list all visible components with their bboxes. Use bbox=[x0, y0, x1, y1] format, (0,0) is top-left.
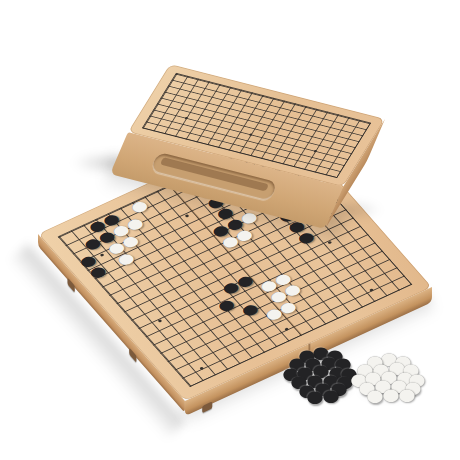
hinge-clasp bbox=[67, 278, 74, 293]
stone-white[interactable]: ● bbox=[114, 250, 138, 267]
white-stones-pile[interactable]: ●●●●●●●●●●●●●●●●●●● bbox=[356, 351, 418, 399]
stone-white[interactable]: ● bbox=[128, 198, 152, 215]
hoshi-point bbox=[314, 150, 318, 153]
stone-white[interactable]: ● bbox=[366, 387, 383, 403]
hoshi-point bbox=[249, 133, 253, 136]
black-stones-pile[interactable]: ●●●●●●●●●●●●●●●●●●●●● bbox=[288, 346, 354, 397]
stone-black[interactable]: ● bbox=[238, 301, 262, 318]
stone-black[interactable]: ● bbox=[322, 387, 339, 403]
hoshi-point bbox=[193, 363, 210, 373]
hinge-clasp bbox=[129, 348, 136, 363]
stone-black[interactable]: ● bbox=[214, 297, 238, 314]
stone-black[interactable]: ● bbox=[294, 229, 318, 246]
stone-black[interactable]: ● bbox=[86, 264, 110, 281]
hoshi-point bbox=[363, 285, 380, 295]
product-photo-scene: ●●●●●●●●●●●●●●●●●●●●●●●●●●●●●●●●●●●●●●●●… bbox=[0, 0, 460, 460]
hoshi-point bbox=[318, 234, 342, 251]
hoshi-point bbox=[278, 324, 295, 334]
stone-white[interactable]: ● bbox=[382, 386, 399, 402]
hoshi-point bbox=[185, 117, 189, 120]
stone-white[interactable]: ● bbox=[398, 386, 415, 402]
stone-black[interactable]: ● bbox=[306, 388, 323, 404]
hinge-clasp bbox=[202, 401, 212, 413]
hoshi-point bbox=[175, 207, 199, 224]
hoshi-point bbox=[148, 312, 172, 329]
